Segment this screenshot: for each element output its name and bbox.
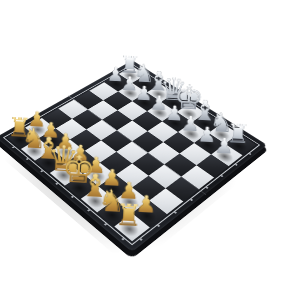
piece-shadow	[26, 121, 50, 138]
camera-tilt: ♜♞♝♛♚♝♞♜♟♟♟♟♟♟♟♟♟♟♟♟♟♟♟♟♜♞♝♛♚♝♞♜	[0, 0, 292, 292]
rook-glyph: ♜	[226, 120, 251, 147]
square-f8: ♝	[192, 113, 222, 133]
piece-gold-rook: ♜	[2, 97, 38, 141]
product-photo: ♜♞♝♛♚♝♞♜♟♟♟♟♟♟♟♟♟♟♟♟♟♟♟♟♜♞♝♛♚♝♞♜	[0, 0, 292, 292]
board-grid: ♜♞♝♛♚♝♞♜♟♟♟♟♟♟♟♟♟♟♟♟♟♟♟♟♜♞♝♛♚♝♞♜	[7, 66, 256, 241]
piece-shadow	[180, 125, 204, 142]
board-frame: ♜♞♝♛♚♝♞♜♟♟♟♟♟♟♟♟♟♟♟♟♟♟♟♟♜♞♝♛♚♝♞♜	[0, 60, 267, 252]
perspective-scene: ♜♞♝♛♚♝♞♜♟♟♟♟♟♟♟♟♟♟♟♟♟♟♟♟♜♞♝♛♚♝♞♜	[31, 40, 233, 242]
chessboard: ♜♞♝♛♚♝♞♜♟♟♟♟♟♟♟♟♟♟♟♟♟♟♟♟♜♞♝♛♚♝♞♜	[0, 60, 267, 252]
